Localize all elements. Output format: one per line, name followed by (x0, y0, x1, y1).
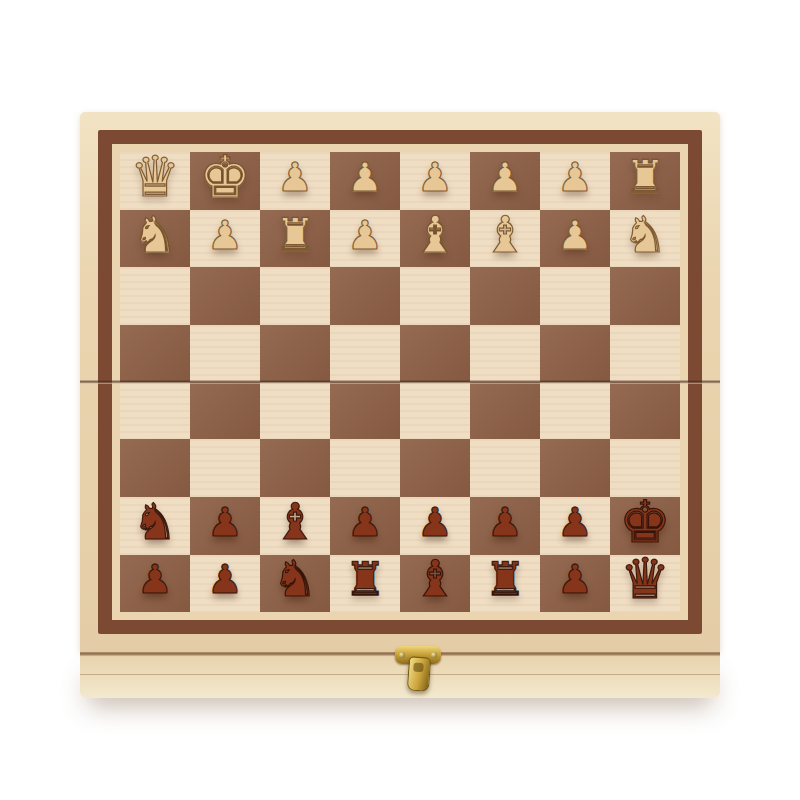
white-pawn-e8: ♟ (417, 157, 453, 197)
square-h6 (610, 267, 680, 324)
square-f3 (470, 439, 540, 496)
square-g8: ♟ (540, 152, 610, 210)
square-d8: ♟ (330, 152, 400, 210)
black-knight-c1: ♞ (273, 554, 318, 604)
white-rook-h8: ♜ (624, 154, 665, 200)
white-bishop-f7: ♝ (483, 210, 528, 260)
square-a7: ♞ (120, 210, 190, 267)
white-pawn-f8: ♟ (487, 157, 523, 197)
square-d6 (330, 267, 400, 324)
square-e2: ♟ (400, 497, 470, 555)
brass-clasp (395, 646, 441, 698)
white-knight-a7: ♞ (133, 210, 178, 260)
fold-hinge-seam (80, 380, 720, 384)
square-c1: ♞ (260, 555, 330, 612)
white-pawn-g8: ♟ (557, 157, 593, 197)
square-h8: ♜ (610, 152, 680, 210)
square-c5 (260, 325, 330, 382)
square-g4 (540, 382, 610, 439)
square-e8: ♟ (400, 152, 470, 210)
clasp-hook (407, 656, 431, 691)
square-g5 (540, 325, 610, 382)
square-b8: ♚ (190, 152, 260, 210)
white-pawn-b7: ♟ (207, 215, 243, 255)
black-queen-h1: ♛ (620, 551, 670, 607)
square-f4 (470, 382, 540, 439)
white-pawn-g7: ♟ (557, 215, 593, 255)
clasp-screw-right (431, 652, 437, 658)
square-h5 (610, 325, 680, 382)
square-g2: ♟ (540, 497, 610, 555)
black-pawn-b2: ♟ (207, 502, 243, 542)
black-king-h2: ♚ (619, 493, 671, 551)
black-pawn-b1: ♟ (207, 559, 243, 599)
square-b2: ♟ (190, 497, 260, 555)
black-rook-d1: ♜ (344, 556, 385, 602)
black-pawn-g1: ♟ (557, 559, 593, 599)
clasp-screw-left (399, 652, 405, 658)
white-pawn-c8: ♟ (277, 157, 313, 197)
square-h4 (610, 382, 680, 439)
square-f5 (470, 325, 540, 382)
square-c4 (260, 382, 330, 439)
white-pawn-d7: ♟ (347, 215, 383, 255)
square-f6 (470, 267, 540, 324)
square-e1: ♝ (400, 555, 470, 612)
square-c2: ♝ (260, 497, 330, 555)
square-a2: ♞ (120, 497, 190, 555)
square-d2: ♟ (330, 497, 400, 555)
square-g3 (540, 439, 610, 496)
black-pawn-e2: ♟ (417, 502, 453, 542)
square-d7: ♟ (330, 210, 400, 267)
square-a1: ♟ (120, 555, 190, 612)
square-d4 (330, 382, 400, 439)
white-knight-h7: ♞ (623, 210, 668, 260)
square-a4 (120, 382, 190, 439)
square-g7: ♟ (540, 210, 610, 267)
black-pawn-a1: ♟ (137, 559, 173, 599)
square-a3 (120, 439, 190, 496)
square-d1: ♜ (330, 555, 400, 612)
square-c8: ♟ (260, 152, 330, 210)
square-f7: ♝ (470, 210, 540, 267)
square-a6 (120, 267, 190, 324)
square-e3 (400, 439, 470, 496)
black-pawn-g2: ♟ (557, 502, 593, 542)
black-knight-a2: ♞ (133, 497, 178, 547)
square-g6 (540, 267, 610, 324)
square-b5 (190, 325, 260, 382)
square-a5 (120, 325, 190, 382)
square-b1: ♟ (190, 555, 260, 612)
square-d5 (330, 325, 400, 382)
black-bishop-c2: ♝ (273, 497, 318, 547)
square-e6 (400, 267, 470, 324)
square-c6 (260, 267, 330, 324)
square-e7: ♝ (400, 210, 470, 267)
square-g1: ♟ (540, 555, 610, 612)
black-pawn-f2: ♟ (487, 502, 523, 542)
white-pawn-d8: ♟ (347, 157, 383, 197)
black-rook-f1: ♜ (484, 556, 525, 602)
square-b3 (190, 439, 260, 496)
square-f2: ♟ (470, 497, 540, 555)
square-a8: ♛ (120, 152, 190, 210)
white-bishop-e7: ♝ (413, 210, 458, 260)
square-c7: ♜ (260, 210, 330, 267)
square-b4 (190, 382, 260, 439)
square-f8: ♟ (470, 152, 540, 210)
square-d3 (330, 439, 400, 496)
square-h1: ♛ (610, 555, 680, 612)
square-h7: ♞ (610, 210, 680, 267)
white-queen-a8: ♛ (130, 149, 180, 205)
square-e5 (400, 325, 470, 382)
square-b7: ♟ (190, 210, 260, 267)
white-rook-c7: ♜ (274, 212, 315, 258)
black-pawn-d2: ♟ (347, 502, 383, 542)
square-c3 (260, 439, 330, 496)
product-photo: ♛♚♟♟♟♟♟♜♞♟♜♟♝♝♟♞♞♟♝♟♟♟♟♚♟♟♞♜♝♜♟♛ (0, 0, 800, 800)
square-b6 (190, 267, 260, 324)
square-e4 (400, 382, 470, 439)
white-king-b8: ♚ (199, 148, 251, 206)
black-bishop-e1: ♝ (413, 554, 458, 604)
square-f1: ♜ (470, 555, 540, 612)
